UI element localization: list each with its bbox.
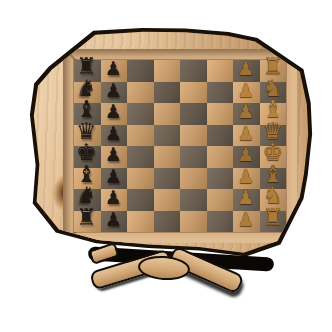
black-pawn: ♟ [100,123,128,143]
white-pawn: ♟ [232,101,260,121]
board-square-r7c5 [207,211,234,233]
board-square-r6c3 [154,189,181,211]
board-square-r7c1: ♟ [101,211,128,233]
black-knight: ♞ [72,78,101,98]
white-pawn: ♟ [232,58,260,78]
board-square-r0c3 [154,60,181,82]
board-square-r3c3 [154,125,181,147]
board-square-r0c5 [207,60,234,82]
board-square-r1c3 [154,82,181,104]
board-square-r4c2 [127,146,154,168]
board-square-r6c4 [180,189,207,211]
board-square-r0c4 [180,60,207,82]
board-square-r5c3 [154,168,181,190]
black-rook: ♜ [72,207,101,227]
board-square-r1c4 [180,82,207,104]
board-square-r6c5 [207,189,234,211]
white-pawn: ♟ [232,144,260,164]
white-rook: ♜ [260,207,287,227]
board-square-r7c0: ♜ [74,211,101,233]
white-rook: ♜ [260,56,287,76]
white-pawn: ♟ [232,123,260,143]
board-square-r3c5 [207,125,234,147]
board-square-r2c5 [207,103,234,125]
black-rook: ♜ [72,56,101,76]
cavity-corner-miter [281,229,293,241]
board-square-r7c3 [154,211,181,233]
table-top-wood: ♜♟♟♜♞♟♟♞♝♟♟♝♛♟♟♛♚♟♟♚♝♟♟♝♞♟♟♞♜♟♟♜ [31,30,311,262]
black-pawn: ♟ [100,80,128,100]
board-square-r2c3 [154,103,181,125]
board-square-r7c2 [127,211,154,233]
board-square-r5c4 [180,168,207,190]
white-queen: ♛ [260,121,287,141]
white-king: ♚ [260,142,287,162]
white-pawn: ♟ [232,187,260,207]
board-square-r0c2 [127,60,154,82]
black-pawn: ♟ [100,166,128,186]
white-pawn: ♟ [232,166,260,186]
white-knight: ♞ [260,185,287,205]
white-pawn: ♟ [232,209,260,229]
board-square-r3c4 [180,125,207,147]
black-pawn: ♟ [100,144,128,164]
white-bishop: ♝ [260,99,287,119]
black-pawn: ♟ [100,209,128,229]
board-square-r7c7: ♜ [260,211,287,233]
board-square-r7c6: ♟ [233,211,260,233]
board-square-r5c2 [127,168,154,190]
black-queen: ♛ [72,121,101,141]
board-square-r5c5 [207,168,234,190]
black-pawn: ♟ [100,101,128,121]
board-square-r1c5 [207,82,234,104]
board-square-r4c4 [180,146,207,168]
black-pawn: ♟ [100,58,128,78]
board-square-r1c2 [127,82,154,104]
board-square-r4c5 [207,146,234,168]
board-square-r6c2 [127,189,154,211]
live-edge-bark-outline: ♜♟♟♜♞♟♟♞♝♟♟♝♛♟♟♛♚♟♟♚♝♟♟♝♞♟♟♞♜♟♟♜ [27,26,315,266]
black-pawn: ♟ [100,187,128,207]
black-knight: ♞ [72,185,101,205]
board-square-r4c3 [154,146,181,168]
white-bishop: ♝ [260,164,287,184]
board-square-r3c2 [127,125,154,147]
black-bishop: ♝ [72,99,101,119]
white-pawn: ♟ [232,80,260,100]
board-square-r7c4 [180,211,207,233]
chess-board: ♜♟♟♜♞♟♟♞♝♟♟♝♛♟♟♛♚♟♟♚♝♟♟♝♞♟♟♞♜♟♟♜ [74,60,286,232]
product-photo-chess-table: ♜♟♟♜♞♟♟♞♝♟♟♝♛♟♟♛♚♟♟♚♝♟♟♝♞♟♟♞♜♟♟♜ [0,0,332,332]
white-knight: ♞ [260,78,287,98]
black-king: ♚ [72,142,101,162]
board-square-r2c4 [180,103,207,125]
black-bishop: ♝ [72,164,101,184]
board-square-r2c2 [127,103,154,125]
